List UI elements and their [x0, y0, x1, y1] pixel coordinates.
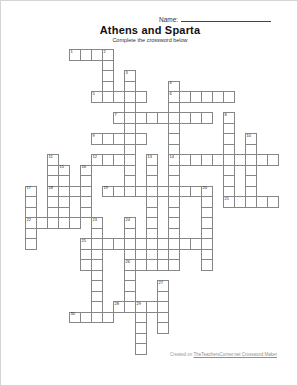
- name-blank-line[interactable]: [181, 14, 271, 22]
- clue-number: 12: [93, 155, 97, 159]
- clue-number: 28: [115, 302, 119, 306]
- clue-number: 24: [126, 218, 130, 222]
- grid-cell[interactable]: [135, 91, 147, 103]
- clue-number: 15: [60, 165, 64, 169]
- clue-number: 13: [148, 155, 152, 159]
- clue-number: 14: [170, 155, 174, 159]
- clue-number: 3: [126, 71, 128, 75]
- grid-cell[interactable]: [223, 91, 235, 103]
- grid-cell[interactable]: [25, 238, 37, 250]
- clue-number: 4: [170, 81, 172, 85]
- grid-cell[interactable]: [135, 133, 147, 145]
- clue-number: 17: [27, 186, 31, 190]
- clue-number: 9: [93, 134, 95, 138]
- clue-number: 20: [203, 186, 207, 190]
- clue-number: 23: [93, 218, 97, 222]
- footer-link[interactable]: TheTeachersCorner.net Crossword Maker: [193, 352, 277, 357]
- clue-number: 19: [104, 186, 108, 190]
- clue-number: 6: [170, 92, 172, 96]
- clue-number: 29: [137, 302, 141, 306]
- clue-number: 7: [115, 113, 117, 117]
- clue-number: 11: [49, 155, 53, 159]
- page-title: Athens and Sparta: [1, 24, 298, 36]
- clue-number: 27: [159, 281, 163, 285]
- grid-cell[interactable]: [201, 259, 213, 271]
- clue-number: 2: [104, 50, 106, 54]
- clue-number: 16: [82, 165, 86, 169]
- footer-prefix: Created on: [170, 352, 193, 357]
- grid-cell[interactable]: [168, 259, 180, 271]
- worksheet-page: Name: Athens and Sparta Complete the cro…: [0, 0, 298, 386]
- clue-number: 26: [126, 260, 130, 264]
- clue-number: 1: [71, 50, 73, 54]
- grid-cell[interactable]: [267, 154, 279, 166]
- grid-cell[interactable]: [267, 196, 279, 208]
- clue-number: 8: [225, 113, 227, 117]
- grid-cell[interactable]: [157, 322, 169, 334]
- name-row: Name:: [159, 14, 271, 23]
- clue-number: 5: [93, 92, 95, 96]
- clue-number: 10: [247, 134, 251, 138]
- clue-number: 18: [49, 186, 53, 190]
- grid-cell[interactable]: [102, 312, 114, 324]
- footer-credit: Created on TheTeachersCorner.net Crosswo…: [170, 352, 277, 357]
- page-subtitle: Complete the crossword below: [1, 37, 298, 43]
- grid-cell[interactable]: [69, 217, 81, 229]
- clue-number: 25: [82, 239, 86, 243]
- crossword-grid: 1234567891011121314151617181920212223242…: [25, 49, 278, 354]
- clue-number: 22: [27, 218, 31, 222]
- clue-number: 21: [225, 197, 229, 201]
- clue-number: 30: [71, 312, 75, 316]
- name-label: Name:: [159, 16, 178, 23]
- grid-cell[interactable]: [201, 112, 213, 124]
- grid-cell[interactable]: [135, 343, 147, 355]
